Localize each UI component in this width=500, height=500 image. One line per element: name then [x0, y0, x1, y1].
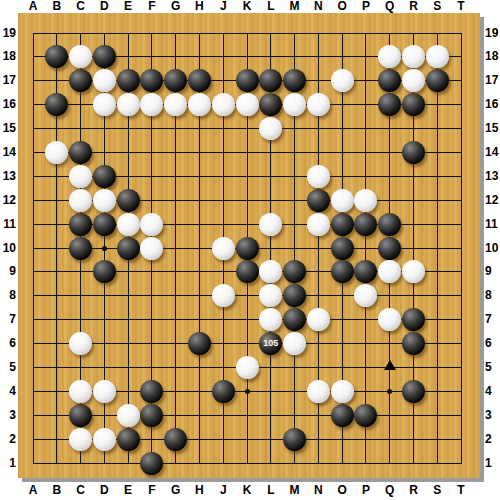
- black-stone[interactable]: [236, 260, 259, 283]
- grid-horizontal-line: [33, 463, 462, 464]
- black-stone[interactable]: [331, 404, 354, 427]
- grid-vertical-line: [461, 33, 462, 464]
- coord-label-bottom: A: [23, 484, 43, 497]
- coord-label-bottom: Q: [380, 484, 400, 497]
- coord-label-bottom: T: [451, 484, 471, 497]
- black-stone[interactable]: [236, 237, 259, 260]
- black-stone[interactable]: [188, 332, 211, 355]
- coord-label-right: 4: [485, 385, 500, 398]
- triangle-marker: [384, 360, 396, 370]
- black-stone[interactable]: [283, 428, 306, 451]
- white-stone[interactable]: [69, 189, 92, 212]
- coord-label-top: J: [213, 0, 233, 13]
- black-stone[interactable]: [69, 141, 92, 164]
- coord-label-top: F: [142, 0, 162, 13]
- white-stone[interactable]: [307, 380, 330, 403]
- grid-horizontal-line: [33, 152, 462, 153]
- coord-label-left: 12: [1, 194, 16, 207]
- black-stone[interactable]: [69, 404, 92, 427]
- grid-horizontal-line: [33, 295, 462, 296]
- black-stone[interactable]: [402, 141, 425, 164]
- coord-label-right: 16: [485, 98, 500, 111]
- coord-label-top: M: [285, 0, 305, 13]
- coord-label-top: R: [403, 0, 423, 13]
- coord-label-top: C: [71, 0, 91, 13]
- black-stone[interactable]: [378, 237, 401, 260]
- coord-label-right: 9: [485, 265, 500, 278]
- white-stone[interactable]: [354, 189, 377, 212]
- white-stone[interactable]: [259, 213, 282, 236]
- white-stone[interactable]: [236, 93, 259, 116]
- coord-label-top: S: [427, 0, 447, 13]
- coord-label-left: 17: [1, 74, 16, 87]
- coord-label-bottom: C: [71, 484, 91, 497]
- black-stone[interactable]: [117, 69, 140, 92]
- coord-label-top: O: [332, 0, 352, 13]
- white-stone[interactable]: [69, 332, 92, 355]
- grid-vertical-line: [365, 33, 366, 464]
- coord-label-top: T: [451, 0, 471, 13]
- black-stone[interactable]: [331, 213, 354, 236]
- coord-label-right: 2: [485, 433, 500, 446]
- white-stone[interactable]: [307, 213, 330, 236]
- black-stone[interactable]: [331, 237, 354, 260]
- white-stone[interactable]: [69, 165, 92, 188]
- coord-label-left: 8: [1, 289, 16, 302]
- black-stone[interactable]: [307, 189, 330, 212]
- coord-label-right: 5: [485, 361, 500, 374]
- coord-label-right: 15: [485, 122, 500, 135]
- white-stone[interactable]: [283, 332, 306, 355]
- white-stone[interactable]: [93, 380, 116, 403]
- coord-label-left: 5: [1, 361, 16, 374]
- coord-label-left: 18: [1, 50, 16, 63]
- black-stone[interactable]: [402, 93, 425, 116]
- coord-label-left: 7: [1, 313, 16, 326]
- coord-label-bottom: K: [237, 484, 257, 497]
- black-stone[interactable]: [164, 428, 187, 451]
- black-stone[interactable]: [69, 237, 92, 260]
- coord-label-right: 19: [485, 27, 500, 40]
- coord-label-top: N: [308, 0, 328, 13]
- coord-label-right: 11: [485, 218, 500, 231]
- coord-label-left: 6: [1, 337, 16, 350]
- black-stone[interactable]: [331, 260, 354, 283]
- white-stone[interactable]: [93, 428, 116, 451]
- star-point: [245, 389, 250, 394]
- coord-label-bottom: E: [118, 484, 138, 497]
- black-stone[interactable]: [117, 428, 140, 451]
- coord-label-left: 16: [1, 98, 16, 111]
- white-stone[interactable]: [212, 284, 235, 307]
- black-stone[interactable]: [236, 69, 259, 92]
- coord-label-top: Q: [380, 0, 400, 13]
- coord-label-left: 10: [1, 242, 16, 255]
- white-stone[interactable]: [140, 213, 163, 236]
- coord-label-right: 18: [485, 50, 500, 63]
- coord-label-right: 12: [485, 194, 500, 207]
- coord-label-top: K: [237, 0, 257, 13]
- black-stone[interactable]: [93, 165, 116, 188]
- coord-label-right: 14: [485, 146, 500, 159]
- white-stone[interactable]: [140, 237, 163, 260]
- white-stone[interactable]: [93, 93, 116, 116]
- coord-label-left: 11: [1, 218, 16, 231]
- grid-vertical-line: [437, 33, 438, 464]
- coord-label-bottom: B: [47, 484, 67, 497]
- coord-label-bottom: N: [308, 484, 328, 497]
- white-stone[interactable]: [117, 404, 140, 427]
- coord-label-right: 3: [485, 409, 500, 422]
- white-stone[interactable]: [212, 93, 235, 116]
- white-stone[interactable]: [307, 165, 330, 188]
- coord-label-right: 6: [485, 337, 500, 350]
- black-stone[interactable]: [354, 213, 377, 236]
- white-stone[interactable]: [69, 428, 92, 451]
- black-stone[interactable]: [117, 189, 140, 212]
- go-board-viewer: AABBCCDDEEFFGGHHJJKKLLMMNNOOPPQQRRSSTT19…: [0, 0, 500, 500]
- black-stone[interactable]: [140, 452, 163, 475]
- star-point: [102, 246, 107, 251]
- grid-horizontal-line: [33, 33, 462, 34]
- white-stone[interactable]: [93, 69, 116, 92]
- coord-label-bottom: F: [142, 484, 162, 497]
- coord-label-top: P: [356, 0, 376, 13]
- coord-label-bottom: L: [261, 484, 281, 497]
- white-stone[interactable]: [307, 308, 330, 331]
- white-stone[interactable]: [331, 69, 354, 92]
- coord-label-left: 9: [1, 265, 16, 278]
- white-stone[interactable]: [212, 237, 235, 260]
- white-stone[interactable]: [426, 45, 449, 68]
- grid-horizontal-line: [33, 128, 462, 129]
- coord-label-bottom: J: [213, 484, 233, 497]
- white-stone[interactable]: [69, 380, 92, 403]
- black-stone[interactable]: [402, 332, 425, 355]
- white-stone[interactable]: [117, 213, 140, 236]
- coord-label-left: 3: [1, 409, 16, 422]
- coord-label-top: B: [47, 0, 67, 13]
- white-stone[interactable]: [307, 93, 330, 116]
- black-stone[interactable]: [402, 380, 425, 403]
- white-stone[interactable]: [93, 189, 116, 212]
- coord-label-bottom: D: [94, 484, 114, 497]
- coord-label-top: H: [189, 0, 209, 13]
- white-stone[interactable]: [117, 93, 140, 116]
- coord-label-top: A: [23, 0, 43, 13]
- coord-label-left: 15: [1, 122, 16, 135]
- coord-label-left: 4: [1, 385, 16, 398]
- coord-label-top: D: [94, 0, 114, 13]
- black-stone[interactable]: [354, 404, 377, 427]
- coord-label-top: L: [261, 0, 281, 13]
- coord-label-right: 1: [485, 457, 500, 470]
- white-stone[interactable]: [188, 93, 211, 116]
- grid-horizontal-line: [33, 415, 462, 416]
- coord-label-left: 1: [1, 457, 16, 470]
- coord-label-left: 2: [1, 433, 16, 446]
- coord-label-top: G: [166, 0, 186, 13]
- coord-label-bottom: O: [332, 484, 352, 497]
- coord-label-right: 8: [485, 289, 500, 302]
- coord-label-left: 13: [1, 170, 16, 183]
- black-stone[interactable]: [402, 308, 425, 331]
- coord-label-left: 19: [1, 27, 16, 40]
- coord-label-right: 17: [485, 74, 500, 87]
- black-stone[interactable]: [93, 213, 116, 236]
- coord-label-right: 13: [485, 170, 500, 183]
- coord-label-right: 10: [485, 242, 500, 255]
- coord-label-bottom: P: [356, 484, 376, 497]
- black-stone[interactable]: [378, 213, 401, 236]
- coord-label-right: 7: [485, 313, 500, 326]
- black-stone[interactable]: [69, 213, 92, 236]
- white-stone[interactable]: [331, 380, 354, 403]
- black-stone[interactable]: [426, 69, 449, 92]
- coord-label-bottom: G: [166, 484, 186, 497]
- white-stone[interactable]: [236, 356, 259, 379]
- grid-horizontal-line: [33, 343, 462, 344]
- coord-label-bottom: S: [427, 484, 447, 497]
- white-stone[interactable]: [331, 189, 354, 212]
- coord-label-bottom: H: [189, 484, 209, 497]
- coord-label-bottom: M: [285, 484, 305, 497]
- black-stone[interactable]: [140, 404, 163, 427]
- coord-label-top: E: [118, 0, 138, 13]
- coord-label-left: 14: [1, 146, 16, 159]
- black-stone[interactable]: [117, 237, 140, 260]
- black-stone[interactable]: [212, 380, 235, 403]
- coord-label-bottom: R: [403, 484, 423, 497]
- grid-vertical-line: [33, 33, 34, 464]
